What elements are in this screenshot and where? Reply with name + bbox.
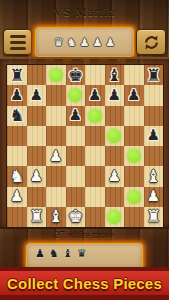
refresh-icon: [143, 34, 160, 51]
square-g4[interactable]: [124, 146, 144, 166]
square-e1[interactable]: [85, 207, 105, 227]
square-b2[interactable]: [27, 187, 47, 207]
board-frame: ♜♚♝♜♟♟♟♟♟♞♟♟♟♞♟♟♝♟♟♜♝♚♜: [0, 57, 169, 229]
captured-white-pawn-icon: ♟: [80, 37, 90, 48]
chess-board[interactable]: ♜♚♝♜♟♟♟♟♟♞♟♟♟♞♟♟♝♟♟♜♝♚♜: [6, 64, 164, 228]
square-c5[interactable]: [46, 126, 66, 146]
black-pawn-e7[interactable]: ♟: [88, 88, 101, 103]
square-c2[interactable]: [46, 187, 66, 207]
square-e2[interactable]: [85, 187, 105, 207]
square-c6[interactable]: [46, 106, 66, 126]
white-pawn-c4[interactable]: ♟: [49, 149, 62, 164]
move-dot-e6[interactable]: [88, 109, 102, 123]
square-d6[interactable]: ♟: [66, 106, 86, 126]
square-c3[interactable]: [46, 166, 66, 186]
chess-app: VS Martin ♛♞♟♟♟ ♜♚♝♜♟♟♟♟♟♞♟♟♟♞♟♟♝♟♟♜♝♚♜ …: [0, 0, 169, 300]
square-c7[interactable]: [46, 85, 66, 105]
captured-white-pawn-icon: ♟: [105, 37, 115, 48]
white-pawn-a2[interactable]: ♟: [10, 189, 23, 204]
square-b1[interactable]: ♜: [27, 207, 47, 227]
square-f5[interactable]: [105, 126, 125, 146]
square-a8[interactable]: ♜: [7, 65, 27, 85]
white-knight-a3[interactable]: ♞: [9, 168, 24, 185]
square-e6[interactable]: [85, 106, 105, 126]
captured-white-knight-icon: ♞: [67, 37, 77, 48]
square-a7[interactable]: ♟: [7, 85, 27, 105]
square-h7[interactable]: [144, 85, 164, 105]
move-counter: 27.white move: [0, 228, 169, 242]
white-pawn-f3[interactable]: ♟: [108, 169, 121, 184]
square-a4[interactable]: [7, 146, 27, 166]
square-b8[interactable]: [27, 65, 47, 85]
captured-black-tray: ♟♞♝♛: [26, 243, 143, 269]
square-h4[interactable]: [144, 146, 164, 166]
hamburger-icon: [10, 35, 26, 38]
square-h1[interactable]: ♜: [144, 207, 164, 227]
square-g2[interactable]: [124, 187, 144, 207]
move-dot-d7[interactable]: [68, 88, 82, 102]
move-dot-f5[interactable]: [107, 129, 121, 143]
white-rook-b1[interactable]: ♜: [29, 208, 44, 225]
square-d7[interactable]: [66, 85, 86, 105]
black-rook-a8[interactable]: ♜: [9, 67, 24, 84]
square-e8[interactable]: [85, 65, 105, 85]
black-pawn-f7[interactable]: ♟: [108, 88, 121, 103]
captured-black-bishop-icon: ♝: [63, 248, 73, 259]
white-rook-h1[interactable]: ♜: [146, 208, 161, 225]
square-b3[interactable]: ♟: [27, 166, 47, 186]
square-g6[interactable]: [124, 106, 144, 126]
refresh-button[interactable]: [136, 29, 166, 55]
move-dot-g4[interactable]: [127, 149, 141, 163]
square-f4[interactable]: [105, 146, 125, 166]
square-e3[interactable]: [85, 166, 105, 186]
captured-black-knight-icon: ♞: [49, 248, 59, 259]
square-f7[interactable]: ♟: [105, 85, 125, 105]
captured-black-pawn-icon: ♟: [35, 248, 45, 259]
square-f1[interactable]: [105, 207, 125, 227]
white-bishop-c1[interactable]: ♝: [48, 208, 63, 225]
square-e5[interactable]: [85, 126, 105, 146]
white-pawn-b3[interactable]: ♟: [30, 169, 43, 184]
square-d1[interactable]: ♚: [66, 207, 86, 227]
square-a3[interactable]: ♞: [7, 166, 27, 186]
black-pawn-h5[interactable]: ♟: [147, 128, 160, 143]
square-b5[interactable]: [27, 126, 47, 146]
square-d2[interactable]: [66, 187, 86, 207]
black-rook-h8[interactable]: ♜: [146, 67, 161, 84]
square-b6[interactable]: [27, 106, 47, 126]
square-h6[interactable]: [144, 106, 164, 126]
square-f2[interactable]: [105, 187, 125, 207]
square-h3[interactable]: ♝: [144, 166, 164, 186]
square-f6[interactable]: [105, 106, 125, 126]
square-a5[interactable]: [7, 126, 27, 146]
page-title: VS Martin: [0, 5, 169, 20]
square-a6[interactable]: ♞: [7, 106, 27, 126]
black-pawn-a7[interactable]: ♟: [10, 88, 23, 103]
square-b7[interactable]: ♟: [27, 85, 47, 105]
white-pawn-h2[interactable]: ♟: [147, 189, 160, 204]
square-g3[interactable]: [124, 166, 144, 186]
square-g5[interactable]: [124, 126, 144, 146]
square-d3[interactable]: [66, 166, 86, 186]
square-h8[interactable]: ♜: [144, 65, 164, 85]
square-f8[interactable]: ♝: [105, 65, 125, 85]
black-pawn-g7[interactable]: ♟: [127, 88, 140, 103]
square-c8[interactable]: [46, 65, 66, 85]
square-e7[interactable]: ♟: [85, 85, 105, 105]
square-g8[interactable]: [124, 65, 144, 85]
black-pawn-d6[interactable]: ♟: [69, 108, 82, 123]
square-d5[interactable]: [66, 126, 86, 146]
move-dot-g2[interactable]: [127, 190, 141, 204]
square-g1[interactable]: [124, 207, 144, 227]
white-king-d1[interactable]: ♚: [68, 208, 83, 225]
square-c1[interactable]: ♝: [46, 207, 66, 227]
menu-button[interactable]: [3, 29, 32, 55]
move-dot-c8[interactable]: [49, 68, 63, 82]
square-b4[interactable]: [27, 146, 47, 166]
square-h5[interactable]: ♟: [144, 126, 164, 146]
square-d8[interactable]: ♚: [66, 65, 86, 85]
square-h2[interactable]: ♟: [144, 187, 164, 207]
square-c4[interactable]: ♟: [46, 146, 66, 166]
black-knight-a6[interactable]: ♞: [9, 107, 24, 124]
captured-white-tray: ♛♞♟♟♟: [35, 27, 134, 57]
black-bishop-f8[interactable]: ♝: [107, 67, 122, 84]
square-d4[interactable]: [66, 146, 86, 166]
move-dot-f1[interactable]: [107, 210, 121, 224]
square-a2[interactable]: ♟: [7, 187, 27, 207]
collect-pieces-banner[interactable]: Collect Chess Pieces: [0, 271, 169, 295]
square-a1[interactable]: [7, 207, 27, 227]
captured-white-queen-icon: ♛: [54, 37, 64, 48]
black-pawn-b7[interactable]: ♟: [30, 88, 43, 103]
banner-label: Collect Chess Pieces: [7, 275, 162, 292]
square-e4[interactable]: [85, 146, 105, 166]
square-f3[interactable]: ♟: [105, 166, 125, 186]
captured-black-queen-icon: ♛: [77, 248, 87, 259]
black-king-d8[interactable]: ♚: [68, 67, 83, 84]
captured-white-pawn-icon: ♟: [92, 37, 102, 48]
square-g7[interactable]: ♟: [124, 85, 144, 105]
white-bishop-h3[interactable]: ♝: [146, 168, 161, 185]
